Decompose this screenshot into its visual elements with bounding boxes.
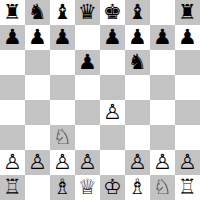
square-g4[interactable] xyxy=(150,100,175,125)
square-g1[interactable]: ♘ xyxy=(150,175,175,200)
square-h8[interactable]: ♜ xyxy=(175,0,200,25)
square-a8[interactable]: ♜ xyxy=(0,0,25,25)
square-d2[interactable]: ♙ xyxy=(75,150,100,175)
square-f7[interactable]: ♟ xyxy=(125,25,150,50)
square-a3[interactable] xyxy=(0,125,25,150)
square-g3[interactable] xyxy=(150,125,175,150)
square-f1[interactable]: ♗ xyxy=(125,175,150,200)
square-e3[interactable] xyxy=(100,125,125,150)
square-d1[interactable]: ♕ xyxy=(75,175,100,200)
square-f3[interactable] xyxy=(125,125,150,150)
square-e2[interactable] xyxy=(100,150,125,175)
square-d6[interactable]: ♟ xyxy=(75,50,100,75)
square-e7[interactable]: ♟ xyxy=(100,25,125,50)
square-c7[interactable]: ♟ xyxy=(50,25,75,50)
square-b4[interactable] xyxy=(25,100,50,125)
square-f4[interactable] xyxy=(125,100,150,125)
square-e1[interactable]: ♔ xyxy=(100,175,125,200)
square-c2[interactable]: ♙ xyxy=(50,150,75,175)
square-d4[interactable] xyxy=(75,100,100,125)
square-d3[interactable] xyxy=(75,125,100,150)
square-b8[interactable]: ♞ xyxy=(25,0,50,25)
square-c5[interactable] xyxy=(50,75,75,100)
square-b5[interactable] xyxy=(25,75,50,100)
square-a5[interactable] xyxy=(0,75,25,100)
square-h1[interactable]: ♖ xyxy=(175,175,200,200)
square-d7[interactable] xyxy=(75,25,100,50)
square-c3[interactable]: ♘ xyxy=(50,125,75,150)
square-d8[interactable]: ♛ xyxy=(75,0,100,25)
square-e5[interactable] xyxy=(100,75,125,100)
square-e8[interactable]: ♚ xyxy=(100,0,125,25)
square-g2[interactable]: ♙ xyxy=(150,150,175,175)
square-f5[interactable] xyxy=(125,75,150,100)
square-c1[interactable]: ♗ xyxy=(50,175,75,200)
square-f6[interactable]: ♞ xyxy=(125,50,150,75)
square-h5[interactable] xyxy=(175,75,200,100)
square-g7[interactable]: ♟ xyxy=(150,25,175,50)
square-h6[interactable] xyxy=(175,50,200,75)
square-a1[interactable]: ♖ xyxy=(0,175,25,200)
square-a4[interactable] xyxy=(0,100,25,125)
square-a6[interactable] xyxy=(0,50,25,75)
square-f2[interactable]: ♙ xyxy=(125,150,150,175)
square-b6[interactable] xyxy=(25,50,50,75)
square-f8[interactable]: ♝ xyxy=(125,0,150,25)
square-c6[interactable] xyxy=(50,50,75,75)
square-b1[interactable] xyxy=(25,175,50,200)
square-g8[interactable] xyxy=(150,0,175,25)
square-g5[interactable] xyxy=(150,75,175,100)
square-a2[interactable]: ♙ xyxy=(0,150,25,175)
square-c4[interactable] xyxy=(50,100,75,125)
square-b7[interactable]: ♟ xyxy=(25,25,50,50)
square-e6[interactable] xyxy=(100,50,125,75)
square-h7[interactable]: ♟ xyxy=(175,25,200,50)
square-b2[interactable]: ♙ xyxy=(25,150,50,175)
square-g6[interactable] xyxy=(150,50,175,75)
square-a7[interactable]: ♟ xyxy=(0,25,25,50)
square-e4[interactable]: ♙ xyxy=(100,100,125,125)
square-c8[interactable]: ♝ xyxy=(50,0,75,25)
square-h4[interactable] xyxy=(175,100,200,125)
chess-board: ♜♞♝♛♚♝♜♟♟♟♟♟♟♟♟♞♙♘♙♙♙♙♙♙♙♖♗♕♔♗♘♖ xyxy=(0,0,200,200)
square-h3[interactable] xyxy=(175,125,200,150)
square-d5[interactable] xyxy=(75,75,100,100)
square-b3[interactable] xyxy=(25,125,50,150)
square-h2[interactable]: ♙ xyxy=(175,150,200,175)
